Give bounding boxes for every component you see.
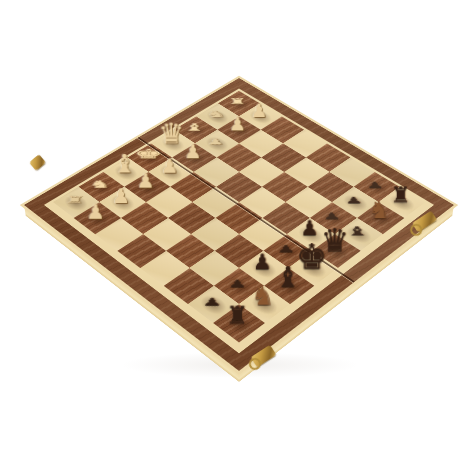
black-pawn: ♟ [202, 296, 222, 307]
white-pawn: ♟ [112, 186, 130, 206]
white-pawn: ♟ [161, 156, 178, 175]
black-knight: ♞ [251, 283, 275, 309]
squares: ♜♟♟♜♞♟♟♞♝♟♟♝♛♟♟♛♚♟♟♚♝♟♟♝♞♟♟♞♜♟♟♜ [53, 91, 425, 343]
white-bishop: ♝ [113, 151, 136, 176]
white-pawn: ♟ [229, 114, 246, 133]
white-pawn: ♟ [136, 171, 154, 191]
black-pawn: ♟ [227, 278, 246, 288]
white-knight: ♞ [89, 179, 111, 189]
white-pawn: ♟ [86, 201, 104, 221]
product-photo-stage: ♜♟♟♜♞♟♟♞♝♟♟♝♛♟♟♛♚♟♟♚♝♟♟♝♞♟♟♞♜♟♟♜ [0, 0, 465, 465]
black-knight: ♞ [368, 198, 390, 222]
black-pawn: ♟ [276, 244, 295, 254]
white-pawn: ♟ [184, 142, 201, 161]
black-rook: ♜ [390, 184, 410, 206]
scene: ♜♟♟♜♞♟♟♞♝♟♟♝♛♟♟♛♚♟♟♚♝♟♟♝♞♟♟♞♜♟♟♜ [87, 53, 391, 357]
white-pawn: ♟ [250, 101, 266, 119]
black-rook: ♜ [226, 303, 248, 327]
black-bishop: ♝ [275, 263, 300, 291]
black-pawn: ♟ [252, 251, 271, 272]
white-queen: ♛ [158, 120, 183, 148]
chess-board: ♜♟♟♜♞♟♟♞♝♟♟♝♛♟♟♛♚♟♟♚♝♟♟♝♞♟♟♞♜♟♟♜ [24, 78, 454, 371]
white-rook: ♜ [64, 195, 85, 205]
brass-hinge [29, 154, 46, 171]
